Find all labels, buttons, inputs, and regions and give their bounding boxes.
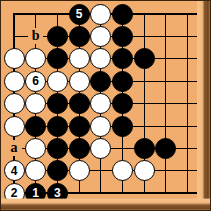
white-stone bbox=[90, 116, 111, 137]
black-stone bbox=[69, 116, 90, 137]
black-stone bbox=[69, 93, 90, 114]
go-board-diagram: ab564213 bbox=[0, 0, 211, 211]
black-stone bbox=[25, 116, 46, 137]
black-stone bbox=[69, 26, 90, 47]
black-stone bbox=[47, 160, 68, 181]
white-stone bbox=[90, 4, 111, 25]
grid-vline bbox=[187, 13, 188, 194]
black-stone bbox=[69, 138, 90, 159]
white-stone bbox=[4, 48, 25, 69]
white-stone bbox=[90, 48, 111, 69]
white-stone bbox=[90, 138, 111, 159]
black-stone bbox=[155, 138, 176, 159]
black-stone bbox=[112, 71, 133, 92]
point-label-b[interactable]: b bbox=[28, 28, 43, 44]
go-board[interactable]: ab564213 bbox=[1, 1, 210, 210]
black-stone bbox=[112, 48, 133, 69]
black-stone bbox=[112, 26, 133, 47]
point-label-a[interactable]: a bbox=[7, 140, 22, 156]
white-stone bbox=[69, 71, 90, 92]
white-stone bbox=[4, 71, 25, 92]
black-stone bbox=[112, 116, 133, 137]
white-stone bbox=[25, 93, 46, 114]
move-number: 4 bbox=[11, 165, 18, 177]
black-stone bbox=[47, 138, 68, 159]
board-frame-right-edge bbox=[196, 1, 210, 210]
black-stone bbox=[47, 93, 68, 114]
white-stone bbox=[25, 48, 46, 69]
grid-vline bbox=[165, 13, 166, 194]
white-stone bbox=[4, 93, 25, 114]
white-stone bbox=[47, 71, 68, 92]
black-stone bbox=[47, 26, 68, 47]
black-stone bbox=[90, 71, 111, 92]
move-number: 6 bbox=[32, 75, 39, 87]
white-stone bbox=[69, 48, 90, 69]
white-stone-move-6: 6 bbox=[25, 71, 46, 92]
white-stone bbox=[25, 160, 46, 181]
black-stone bbox=[134, 138, 155, 159]
black-stone bbox=[134, 48, 155, 69]
white-stone-move-4: 4 bbox=[4, 160, 25, 181]
white-stone bbox=[90, 93, 111, 114]
black-stone bbox=[47, 48, 68, 69]
black-stone bbox=[112, 93, 133, 114]
board-frame-bottom-edge bbox=[1, 197, 210, 210]
white-stone bbox=[69, 160, 90, 181]
black-stone bbox=[47, 116, 68, 137]
white-stone bbox=[112, 160, 133, 181]
move-number: 5 bbox=[76, 8, 83, 20]
white-stone bbox=[4, 116, 25, 137]
white-stone bbox=[90, 26, 111, 47]
black-stone bbox=[112, 4, 133, 25]
white-stone bbox=[134, 160, 155, 181]
black-stone-move-5: 5 bbox=[69, 4, 90, 25]
white-stone bbox=[25, 138, 46, 159]
